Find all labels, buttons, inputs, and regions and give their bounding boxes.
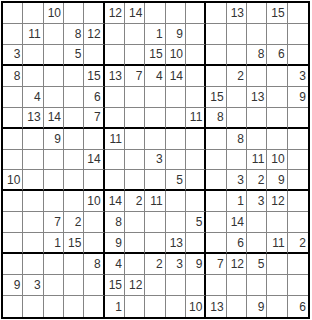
cell-r11c7[interactable]: [125, 212, 145, 233]
cell-r14c10[interactable]: [186, 275, 206, 296]
cell-r14c11[interactable]: [206, 275, 226, 296]
cell-r10c3[interactable]: [44, 191, 64, 212]
cell-r10c4[interactable]: [64, 191, 84, 212]
cell-r9c15[interactable]: [288, 170, 308, 191]
cell-r6c9[interactable]: [166, 108, 186, 129]
cell-r15c14[interactable]: [267, 296, 287, 317]
cell-r9c4[interactable]: [64, 170, 84, 191]
cell-r5c14[interactable]: [267, 87, 287, 108]
cell-r4c13[interactable]: [247, 66, 267, 87]
cell-r6c7[interactable]: [125, 108, 145, 129]
cell-r14c15[interactable]: [288, 275, 308, 296]
cell-r4c14[interactable]: [267, 66, 287, 87]
cell-r5c13[interactable]: 13: [247, 87, 267, 108]
cell-r3c13[interactable]: 8: [247, 45, 267, 66]
cell-r8c1[interactable]: [3, 150, 23, 171]
cell-r9c3[interactable]: [44, 170, 64, 191]
cell-r7c4[interactable]: [64, 129, 84, 150]
cell-r15c5[interactable]: [84, 296, 104, 317]
cell-r8c3[interactable]: [44, 150, 64, 171]
cell-r15c7[interactable]: [125, 296, 145, 317]
cell-r5c8[interactable]: [145, 87, 165, 108]
cell-r11c12[interactable]: 14: [227, 212, 247, 233]
cell-r4c4[interactable]: [64, 66, 84, 87]
cell-r9c13[interactable]: 2: [247, 170, 267, 191]
cell-r1c1[interactable]: [3, 3, 23, 24]
cell-r1c15[interactable]: [288, 3, 308, 24]
cell-r14c13[interactable]: [247, 275, 267, 296]
cell-r12c8[interactable]: [145, 233, 165, 254]
cell-r4c15[interactable]: 3: [288, 66, 308, 87]
cell-r8c7[interactable]: [125, 150, 145, 171]
cell-r3c8[interactable]: 15: [145, 45, 165, 66]
cell-r1c10[interactable]: [186, 3, 206, 24]
cell-r15c1[interactable]: [3, 296, 23, 317]
cell-r8c11[interactable]: [206, 150, 226, 171]
cell-r9c14[interactable]: 9: [267, 170, 287, 191]
cell-r12c4[interactable]: 15: [64, 233, 84, 254]
cell-r15c13[interactable]: 9: [247, 296, 267, 317]
cell-r8c8[interactable]: 3: [145, 150, 165, 171]
cell-r11c1[interactable]: [3, 212, 23, 233]
cell-r13c9[interactable]: 3: [166, 254, 186, 275]
cell-r10c5[interactable]: 10: [84, 191, 104, 212]
cell-r1c5[interactable]: [84, 3, 104, 24]
cell-r12c2[interactable]: [23, 233, 43, 254]
cell-r2c15[interactable]: [288, 24, 308, 45]
cell-r9c8[interactable]: [145, 170, 165, 191]
cell-r13c2[interactable]: [23, 254, 43, 275]
cell-r8c15[interactable]: [288, 150, 308, 171]
cell-r12c13[interactable]: [247, 233, 267, 254]
cell-r11c5[interactable]: [84, 212, 104, 233]
cell-r12c6[interactable]: 9: [105, 233, 125, 254]
cell-r4c5[interactable]: 15: [84, 66, 104, 87]
cell-r15c9[interactable]: [166, 296, 186, 317]
cell-r1c3[interactable]: 10: [44, 3, 64, 24]
cell-r13c8[interactable]: 2: [145, 254, 165, 275]
cell-r4c1[interactable]: 8: [3, 66, 23, 87]
cell-r7c2[interactable]: [23, 129, 43, 150]
cell-r11c10[interactable]: 5: [186, 212, 206, 233]
cell-r3c4[interactable]: 5: [64, 45, 84, 66]
cell-r3c7[interactable]: [125, 45, 145, 66]
cell-r7c11[interactable]: [206, 129, 226, 150]
cell-r1c8[interactable]: [145, 3, 165, 24]
cell-r9c6[interactable]: [105, 170, 125, 191]
cell-r5c4[interactable]: [64, 87, 84, 108]
cell-r5c7[interactable]: [125, 87, 145, 108]
cell-r7c9[interactable]: [166, 129, 186, 150]
cell-r2c1[interactable]: [3, 24, 23, 45]
cell-r12c15[interactable]: 2: [288, 233, 308, 254]
cell-r15c11[interactable]: 13: [206, 296, 226, 317]
cell-r9c11[interactable]: [206, 170, 226, 191]
cell-r2c4[interactable]: 8: [64, 24, 84, 45]
cell-r6c11[interactable]: 8: [206, 108, 226, 129]
cell-r8c6[interactable]: [105, 150, 125, 171]
cell-r11c2[interactable]: [23, 212, 43, 233]
cell-r1c7[interactable]: 14: [125, 3, 145, 24]
cell-r5c6[interactable]: [105, 87, 125, 108]
cell-r3c6[interactable]: [105, 45, 125, 66]
cell-r6c12[interactable]: [227, 108, 247, 129]
cell-r14c12[interactable]: [227, 275, 247, 296]
cell-r1c4[interactable]: [64, 3, 84, 24]
cell-r7c15[interactable]: [288, 129, 308, 150]
cell-r9c10[interactable]: [186, 170, 206, 191]
cell-r14c9[interactable]: [166, 275, 186, 296]
cell-r8c14[interactable]: 10: [267, 150, 287, 171]
cell-r14c5[interactable]: [84, 275, 104, 296]
cell-r1c2[interactable]: [23, 3, 43, 24]
cell-r4c3[interactable]: [44, 66, 64, 87]
cell-r10c8[interactable]: 11: [145, 191, 165, 212]
cell-r1c9[interactable]: [166, 3, 186, 24]
cell-r13c4[interactable]: [64, 254, 84, 275]
cell-r7c1[interactable]: [3, 129, 23, 150]
sudoku-board: 1012141315118121935151086815137414234615…: [1, 1, 310, 319]
cell-r1c11[interactable]: [206, 3, 226, 24]
cell-r3c12[interactable]: [227, 45, 247, 66]
cell-r5c10[interactable]: [186, 87, 206, 108]
cell-r7c14[interactable]: [267, 129, 287, 150]
cell-r15c10[interactable]: 10: [186, 296, 206, 317]
cell-r15c2[interactable]: [23, 296, 43, 317]
cell-r10c7[interactable]: 2: [125, 191, 145, 212]
cell-r6c14[interactable]: [267, 108, 287, 129]
cell-r7c8[interactable]: [145, 129, 165, 150]
cell-r3c15[interactable]: [288, 45, 308, 66]
cell-r8c5[interactable]: 14: [84, 150, 104, 171]
cell-r13c7[interactable]: [125, 254, 145, 275]
cell-r11c3[interactable]: 7: [44, 212, 64, 233]
cell-r2c9[interactable]: 9: [166, 24, 186, 45]
cell-r4c12[interactable]: 2: [227, 66, 247, 87]
cell-r1c14[interactable]: 15: [267, 3, 287, 24]
cell-r15c12[interactable]: [227, 296, 247, 317]
cell-r2c2[interactable]: 11: [23, 24, 43, 45]
cell-r10c11[interactable]: [206, 191, 226, 212]
cell-r4c2[interactable]: [23, 66, 43, 87]
cell-r2c3[interactable]: [44, 24, 64, 45]
cell-r10c13[interactable]: 3: [247, 191, 267, 212]
cell-r13c13[interactable]: 5: [247, 254, 267, 275]
cell-r9c5[interactable]: [84, 170, 104, 191]
cell-r2c14[interactable]: [267, 24, 287, 45]
cell-r10c14[interactable]: 12: [267, 191, 287, 212]
cell-r13c5[interactable]: 8: [84, 254, 104, 275]
cell-r9c2[interactable]: [23, 170, 43, 191]
cell-r12c3[interactable]: 1: [44, 233, 64, 254]
cell-r8c4[interactable]: [64, 150, 84, 171]
cell-r4c8[interactable]: 4: [145, 66, 165, 87]
cell-r11c6[interactable]: 8: [105, 212, 125, 233]
cell-r4c6[interactable]: 13: [105, 66, 125, 87]
cell-r9c1[interactable]: 10: [3, 170, 23, 191]
cell-r14c7[interactable]: 12: [125, 275, 145, 296]
cell-r2c6[interactable]: [105, 24, 125, 45]
cell-r9c7[interactable]: [125, 170, 145, 191]
cell-r9c9[interactable]: 5: [166, 170, 186, 191]
cell-r13c15[interactable]: [288, 254, 308, 275]
cell-r13c1[interactable]: [3, 254, 23, 275]
cell-r10c9[interactable]: [166, 191, 186, 212]
cell-r8c12[interactable]: [227, 150, 247, 171]
cell-r6c10[interactable]: 11: [186, 108, 206, 129]
cell-r12c9[interactable]: 13: [166, 233, 186, 254]
cell-r8c13[interactable]: 11: [247, 150, 267, 171]
cell-r6c6[interactable]: [105, 108, 125, 129]
cell-r11c13[interactable]: [247, 212, 267, 233]
cell-r12c7[interactable]: [125, 233, 145, 254]
cell-r13c3[interactable]: [44, 254, 64, 275]
cell-r3c9[interactable]: 10: [166, 45, 186, 66]
cell-r5c3[interactable]: [44, 87, 64, 108]
cell-r10c15[interactable]: [288, 191, 308, 212]
cell-r15c8[interactable]: [145, 296, 165, 317]
cell-r3c14[interactable]: 6: [267, 45, 287, 66]
cell-r13c10[interactable]: 9: [186, 254, 206, 275]
cell-r11c9[interactable]: [166, 212, 186, 233]
cell-r3c11[interactable]: [206, 45, 226, 66]
cell-r7c7[interactable]: [125, 129, 145, 150]
cell-r2c5[interactable]: 12: [84, 24, 104, 45]
cell-r5c9[interactable]: [166, 87, 186, 108]
cell-r10c6[interactable]: 14: [105, 191, 125, 212]
cell-r6c4[interactable]: [64, 108, 84, 129]
cell-r6c5[interactable]: 7: [84, 108, 104, 129]
cell-r11c8[interactable]: [145, 212, 165, 233]
cell-r4c10[interactable]: [186, 66, 206, 87]
cell-r11c11[interactable]: [206, 212, 226, 233]
cell-r1c13[interactable]: [247, 3, 267, 24]
cell-r5c12[interactable]: [227, 87, 247, 108]
cell-r4c9[interactable]: 14: [166, 66, 186, 87]
cell-r3c3[interactable]: [44, 45, 64, 66]
cell-r7c12[interactable]: 8: [227, 129, 247, 150]
cell-r14c2[interactable]: 3: [23, 275, 43, 296]
cell-r7c3[interactable]: 9: [44, 129, 64, 150]
cell-r3c2[interactable]: [23, 45, 43, 66]
cell-r12c11[interactable]: [206, 233, 226, 254]
cell-r8c2[interactable]: [23, 150, 43, 171]
cell-r4c11[interactable]: [206, 66, 226, 87]
cell-r6c1[interactable]: [3, 108, 23, 129]
cell-r14c14[interactable]: [267, 275, 287, 296]
cell-r10c1[interactable]: [3, 191, 23, 212]
cell-r14c6[interactable]: 15: [105, 275, 125, 296]
cell-r1c6[interactable]: 12: [105, 3, 125, 24]
cell-r3c10[interactable]: [186, 45, 206, 66]
cell-r11c14[interactable]: [267, 212, 287, 233]
cell-r9c12[interactable]: 3: [227, 170, 247, 191]
cell-r2c11[interactable]: [206, 24, 226, 45]
cell-r12c10[interactable]: [186, 233, 206, 254]
cell-r14c1[interactable]: 9: [3, 275, 23, 296]
cell-r10c2[interactable]: [23, 191, 43, 212]
cell-r3c5[interactable]: [84, 45, 104, 66]
cell-r5c1[interactable]: [3, 87, 23, 108]
cell-r13c6[interactable]: 4: [105, 254, 125, 275]
cell-r6c15[interactable]: [288, 108, 308, 129]
cell-r3c1[interactable]: 3: [3, 45, 23, 66]
cell-r5c15[interactable]: 9: [288, 87, 308, 108]
cell-r5c11[interactable]: 15: [206, 87, 226, 108]
cell-r8c10[interactable]: [186, 150, 206, 171]
cell-r12c14[interactable]: 11: [267, 233, 287, 254]
cell-r12c5[interactable]: [84, 233, 104, 254]
cell-r6c8[interactable]: [145, 108, 165, 129]
cell-r1c12[interactable]: 13: [227, 3, 247, 24]
cell-r13c11[interactable]: 7: [206, 254, 226, 275]
cell-r6c3[interactable]: 14: [44, 108, 64, 129]
cell-r6c2[interactable]: 13: [23, 108, 43, 129]
cell-r7c10[interactable]: [186, 129, 206, 150]
cell-r15c6[interactable]: 1: [105, 296, 125, 317]
cell-r14c4[interactable]: [64, 275, 84, 296]
cell-r2c10[interactable]: [186, 24, 206, 45]
cell-r2c7[interactable]: [125, 24, 145, 45]
cell-r10c10[interactable]: [186, 191, 206, 212]
cell-r2c12[interactable]: [227, 24, 247, 45]
cell-r7c13[interactable]: [247, 129, 267, 150]
cell-r2c13[interactable]: [247, 24, 267, 45]
cell-r13c14[interactable]: [267, 254, 287, 275]
cell-r14c8[interactable]: [145, 275, 165, 296]
cell-r2c8[interactable]: 1: [145, 24, 165, 45]
cell-r11c15[interactable]: [288, 212, 308, 233]
cell-r13c12[interactable]: 12: [227, 254, 247, 275]
cell-r5c2[interactable]: 4: [23, 87, 43, 108]
cell-r15c15[interactable]: 6: [288, 296, 308, 317]
cell-r11c4[interactable]: 2: [64, 212, 84, 233]
cell-r8c9[interactable]: [166, 150, 186, 171]
cell-r7c6[interactable]: 11: [105, 129, 125, 150]
cell-r14c3[interactable]: [44, 275, 64, 296]
cell-r12c1[interactable]: [3, 233, 23, 254]
cell-r10c12[interactable]: 1: [227, 191, 247, 212]
cell-r15c3[interactable]: [44, 296, 64, 317]
cell-r6c13[interactable]: [247, 108, 267, 129]
cell-r5c5[interactable]: 6: [84, 87, 104, 108]
cell-r7c5[interactable]: [84, 129, 104, 150]
cell-r4c7[interactable]: 7: [125, 66, 145, 87]
cell-r15c4[interactable]: [64, 296, 84, 317]
cell-r12c12[interactable]: 6: [227, 233, 247, 254]
